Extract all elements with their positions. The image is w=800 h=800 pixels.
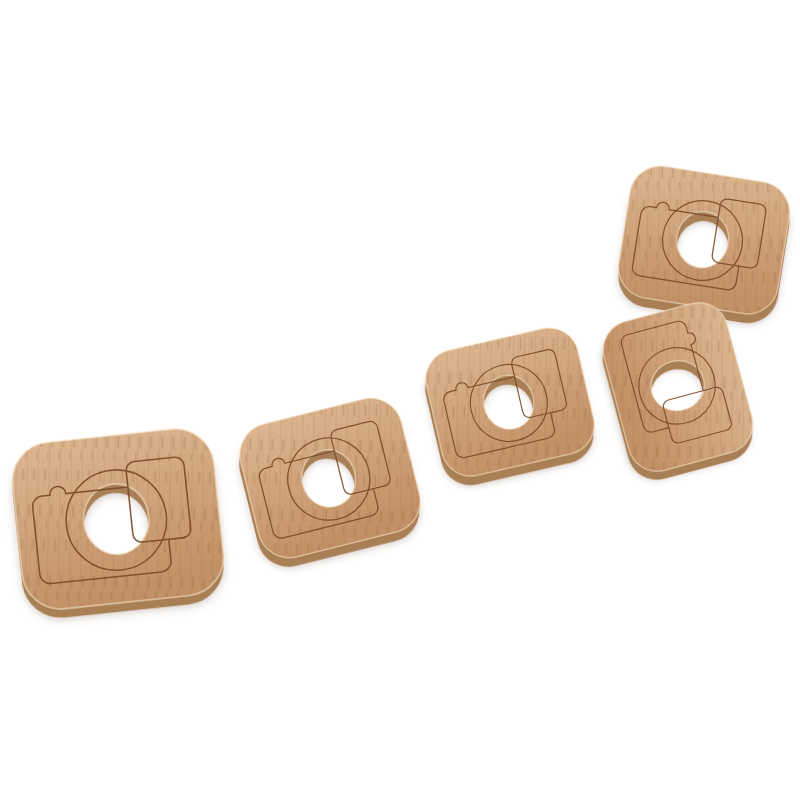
wood-grain-texture — [0, 0, 800, 800]
wood-grain-texture — [0, 0, 800, 800]
wood-grain-texture — [0, 0, 800, 800]
product-photo — [0, 0, 800, 800]
wooden-camera-teether-3 — [0, 0, 800, 800]
wooden-camera-teether-2 — [0, 0, 800, 800]
wooden-camera-teether-5 — [0, 0, 800, 800]
wood-grain-texture — [0, 0, 800, 800]
wooden-camera-teether-1 — [0, 0, 800, 800]
wooden-camera-teether-4 — [0, 0, 800, 800]
scene-svg — [0, 0, 800, 800]
wood-grain-texture — [0, 0, 800, 800]
